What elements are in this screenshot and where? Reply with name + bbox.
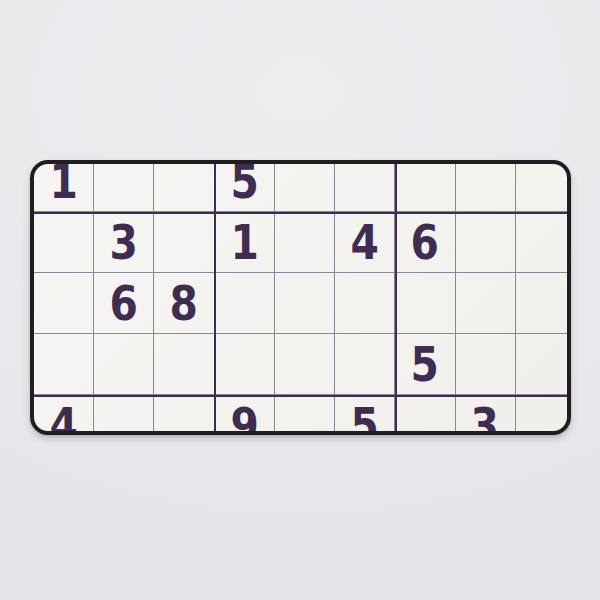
sudoku-cell-r5c9 xyxy=(516,395,567,431)
sudoku-cell-r4c3 xyxy=(154,334,214,395)
sudoku-cell-r3c8 xyxy=(456,273,516,334)
sudoku-cell-r2c1 xyxy=(34,212,94,273)
sudoku-cell-r1c3 xyxy=(154,164,214,212)
sudoku-cell-r3c7 xyxy=(395,273,455,334)
sudoku-cell-r1c4: 5 xyxy=(215,164,275,212)
sudoku-cell-r1c1: 1 xyxy=(34,164,94,212)
mat-surface: 1531466854953 xyxy=(34,164,567,431)
sudoku-digit: 5 xyxy=(351,401,379,431)
sudoku-cell-r1c2 xyxy=(94,164,154,212)
sudoku-cell-r4c5 xyxy=(275,334,335,395)
sudoku-cell-r5c3 xyxy=(154,395,214,431)
sudoku-cell-r2c4: 1 xyxy=(215,212,275,273)
sudoku-cell-r4c9 xyxy=(516,334,567,395)
sudoku-cell-r2c5 xyxy=(275,212,335,273)
sudoku-digit: 5 xyxy=(411,340,439,388)
sudoku-cell-r4c4 xyxy=(215,334,275,395)
sudoku-cell-r5c7 xyxy=(395,395,455,431)
sudoku-digit: 6 xyxy=(411,218,439,266)
sudoku-cell-r4c6 xyxy=(335,334,395,395)
sudoku-cell-r5c8: 3 xyxy=(456,395,516,431)
sudoku-cell-r5c5 xyxy=(275,395,335,431)
sudoku-digit: 8 xyxy=(170,279,198,327)
sudoku-cell-r3c9 xyxy=(516,273,567,334)
desk-mat: 1531466854953 xyxy=(30,160,571,435)
box-line-vertical-1 xyxy=(214,164,216,431)
box-line-vertical-2 xyxy=(395,164,397,431)
product-photo-scene: 1531466854953 xyxy=(0,0,600,600)
sudoku-digit: 1 xyxy=(49,164,77,205)
sudoku-cell-r5c2 xyxy=(94,395,154,431)
sudoku-cell-r5c4: 9 xyxy=(215,395,275,431)
sudoku-cell-r1c5 xyxy=(275,164,335,212)
sudoku-cell-r2c2: 3 xyxy=(94,212,154,273)
sudoku-digit: 3 xyxy=(110,218,138,266)
sudoku-cell-r3c6 xyxy=(335,273,395,334)
sudoku-grid: 1531466854953 xyxy=(34,164,567,431)
sudoku-cell-r4c8 xyxy=(456,334,516,395)
sudoku-cell-r1c7 xyxy=(395,164,455,212)
sudoku-cell-r3c3: 8 xyxy=(154,273,214,334)
sudoku-cell-r1c6 xyxy=(335,164,395,212)
sudoku-cell-r4c7: 5 xyxy=(395,334,455,395)
sudoku-cell-r2c9 xyxy=(516,212,567,273)
sudoku-digit: 4 xyxy=(351,218,379,266)
sudoku-digit: 6 xyxy=(110,279,138,327)
sudoku-digit: 1 xyxy=(230,218,258,266)
sudoku-cell-r1c9 xyxy=(516,164,567,212)
sudoku-cell-r4c1 xyxy=(34,334,94,395)
sudoku-cell-r4c2 xyxy=(94,334,154,395)
sudoku-cell-r3c5 xyxy=(275,273,335,334)
sudoku-cell-r2c7: 6 xyxy=(395,212,455,273)
sudoku-cell-r5c1: 4 xyxy=(34,395,94,431)
sudoku-digit: 3 xyxy=(471,401,499,431)
sudoku-cell-r2c3 xyxy=(154,212,214,273)
sudoku-digit: 9 xyxy=(230,401,258,431)
sudoku-cell-r3c2: 6 xyxy=(94,273,154,334)
sudoku-cell-r3c1 xyxy=(34,273,94,334)
sudoku-cell-r2c6: 4 xyxy=(335,212,395,273)
sudoku-cell-r3c4 xyxy=(215,273,275,334)
sudoku-digit: 5 xyxy=(230,164,258,205)
sudoku-cell-r2c8 xyxy=(456,212,516,273)
sudoku-cell-r1c8 xyxy=(456,164,516,212)
sudoku-cell-r5c6: 5 xyxy=(335,395,395,431)
sudoku-digit: 4 xyxy=(49,401,77,431)
